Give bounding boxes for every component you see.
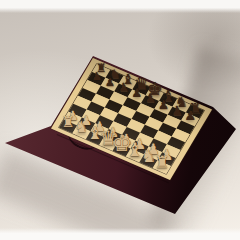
photo-stage: ♜♞♝♛♚♝♞♜♟♟♟♟♟♟♟♟♟♟♟♟♟♟♟♟♜♞♝♛♚♝♞♜ [0,0,240,240]
bottom-white-strip [0,228,240,240]
top-white-strip [0,0,240,13]
